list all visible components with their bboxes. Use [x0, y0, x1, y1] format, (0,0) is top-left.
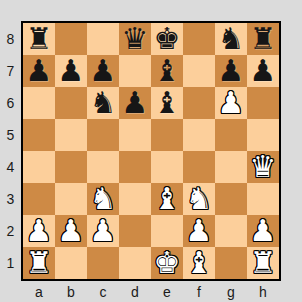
rank-label-1: 1: [0, 247, 21, 279]
square-c3[interactable]: ♞: [87, 183, 119, 215]
square-f2[interactable]: ♟: [183, 215, 215, 247]
square-e7[interactable]: ♝: [151, 55, 183, 87]
piece-black-pawn[interactable]: ♟: [26, 55, 53, 87]
square-g6[interactable]: ♟: [215, 87, 247, 119]
piece-white-pawn[interactable]: ♟: [58, 215, 85, 247]
file-label-b: b: [55, 281, 87, 302]
square-b6[interactable]: [55, 87, 87, 119]
piece-black-bishop[interactable]: ♝: [154, 87, 181, 119]
square-b4[interactable]: [55, 151, 87, 183]
piece-white-rook[interactable]: ♜: [250, 247, 277, 279]
square-g5[interactable]: [215, 119, 247, 151]
file-label-d: d: [119, 281, 151, 302]
piece-white-king[interactable]: ♚: [154, 247, 181, 279]
rank-label-6: 6: [0, 87, 21, 119]
square-f3[interactable]: ♞: [183, 183, 215, 215]
square-h1[interactable]: ♜: [247, 247, 279, 279]
square-g3[interactable]: [215, 183, 247, 215]
square-h7[interactable]: ♟: [247, 55, 279, 87]
chess-board[interactable]: ♜♛♚♞♜♟♟♟♝♟♟♞♟♝♟♛♞♝♞♟♟♟♟♟♜♚♝♜: [21, 21, 281, 281]
rank-labels: 87654321: [0, 23, 21, 279]
square-a1[interactable]: ♜: [23, 247, 55, 279]
square-a6[interactable]: [23, 87, 55, 119]
piece-white-bishop[interactable]: ♝: [186, 247, 213, 279]
piece-white-pawn[interactable]: ♟: [218, 87, 245, 119]
square-h4[interactable]: ♛: [247, 151, 279, 183]
piece-black-rook[interactable]: ♜: [26, 23, 53, 55]
square-d8[interactable]: ♛: [119, 23, 151, 55]
square-d7[interactable]: [119, 55, 151, 87]
rank-label-7: 7: [0, 55, 21, 87]
chess-app: 87654321 ♜♛♚♞♜♟♟♟♝♟♟♞♟♝♟♛♞♝♞♟♟♟♟♟♜♚♝♜ ab…: [0, 0, 302, 302]
square-a4[interactable]: [23, 151, 55, 183]
square-e4[interactable]: [151, 151, 183, 183]
square-a5[interactable]: [23, 119, 55, 151]
piece-black-pawn[interactable]: ♟: [122, 87, 149, 119]
square-f5[interactable]: [183, 119, 215, 151]
square-f4[interactable]: [183, 151, 215, 183]
piece-black-pawn[interactable]: ♟: [58, 55, 85, 87]
piece-white-knight[interactable]: ♞: [186, 183, 213, 215]
square-b2[interactable]: ♟: [55, 215, 87, 247]
file-label-c: c: [87, 281, 119, 302]
piece-black-knight[interactable]: ♞: [218, 23, 245, 55]
file-label-a: a: [23, 281, 55, 302]
square-f8[interactable]: [183, 23, 215, 55]
square-d2[interactable]: [119, 215, 151, 247]
file-label-h: h: [247, 281, 279, 302]
file-label-g: g: [215, 281, 247, 302]
square-c4[interactable]: [87, 151, 119, 183]
square-g1[interactable]: [215, 247, 247, 279]
square-d3[interactable]: [119, 183, 151, 215]
piece-black-queen[interactable]: ♛: [122, 23, 149, 55]
piece-white-pawn[interactable]: ♟: [186, 215, 213, 247]
piece-white-pawn[interactable]: ♟: [250, 215, 277, 247]
rank-label-2: 2: [0, 215, 21, 247]
rank-label-3: 3: [0, 183, 21, 215]
piece-black-pawn[interactable]: ♟: [250, 55, 277, 87]
square-h2[interactable]: ♟: [247, 215, 279, 247]
square-c6[interactable]: ♞: [87, 87, 119, 119]
piece-white-queen[interactable]: ♛: [250, 151, 277, 183]
piece-black-pawn[interactable]: ♟: [90, 55, 117, 87]
file-label-f: f: [183, 281, 215, 302]
square-c8[interactable]: [87, 23, 119, 55]
square-h8[interactable]: ♜: [247, 23, 279, 55]
square-h5[interactable]: [247, 119, 279, 151]
square-h6[interactable]: [247, 87, 279, 119]
rank-label-5: 5: [0, 119, 21, 151]
square-h3[interactable]: [247, 183, 279, 215]
square-c5[interactable]: [87, 119, 119, 151]
square-b8[interactable]: [55, 23, 87, 55]
square-e6[interactable]: ♝: [151, 87, 183, 119]
square-e1[interactable]: ♚: [151, 247, 183, 279]
square-c1[interactable]: [87, 247, 119, 279]
rank-label-8: 8: [0, 23, 21, 55]
square-b3[interactable]: [55, 183, 87, 215]
piece-black-king[interactable]: ♚: [154, 23, 181, 55]
square-a8[interactable]: ♜: [23, 23, 55, 55]
square-e2[interactable]: [151, 215, 183, 247]
square-b1[interactable]: [55, 247, 87, 279]
square-a3[interactable]: [23, 183, 55, 215]
piece-black-pawn[interactable]: ♟: [218, 55, 245, 87]
square-f7[interactable]: [183, 55, 215, 87]
square-b7[interactable]: ♟: [55, 55, 87, 87]
square-f1[interactable]: ♝: [183, 247, 215, 279]
square-f6[interactable]: [183, 87, 215, 119]
rank-label-4: 4: [0, 151, 21, 183]
piece-white-bishop[interactable]: ♝: [154, 183, 181, 215]
square-e8[interactable]: ♚: [151, 23, 183, 55]
square-e3[interactable]: ♝: [151, 183, 183, 215]
piece-black-rook[interactable]: ♜: [250, 23, 277, 55]
square-c7[interactable]: ♟: [87, 55, 119, 87]
file-labels: abcdefgh: [23, 281, 279, 302]
piece-white-pawn[interactable]: ♟: [26, 215, 53, 247]
file-label-e: e: [151, 281, 183, 302]
piece-black-knight[interactable]: ♞: [90, 87, 117, 119]
piece-white-pawn[interactable]: ♟: [90, 215, 117, 247]
square-a7[interactable]: ♟: [23, 55, 55, 87]
square-d6[interactable]: ♟: [119, 87, 151, 119]
piece-white-knight[interactable]: ♞: [90, 183, 117, 215]
piece-black-bishop[interactable]: ♝: [154, 55, 181, 87]
square-d1[interactable]: [119, 247, 151, 279]
square-a2[interactable]: ♟: [23, 215, 55, 247]
square-g7[interactable]: ♟: [215, 55, 247, 87]
square-c2[interactable]: ♟: [87, 215, 119, 247]
square-g4[interactable]: [215, 151, 247, 183]
square-d5[interactable]: [119, 119, 151, 151]
square-g8[interactable]: ♞: [215, 23, 247, 55]
square-b5[interactable]: [55, 119, 87, 151]
square-e5[interactable]: [151, 119, 183, 151]
piece-white-rook[interactable]: ♜: [26, 247, 53, 279]
square-g2[interactable]: [215, 215, 247, 247]
square-d4[interactable]: [119, 151, 151, 183]
